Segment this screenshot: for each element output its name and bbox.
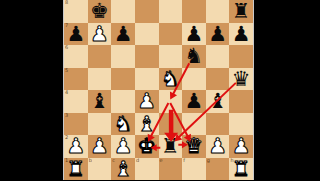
piece-white-pawn[interactable]: ♟ — [88, 23, 112, 46]
square-g1[interactable]: g — [206, 158, 230, 181]
file-label: g — [207, 158, 210, 163]
square-h5[interactable]: ♛ — [229, 68, 253, 91]
piece-black-bishop[interactable]: ♝ — [88, 90, 112, 113]
square-c5[interactable] — [111, 68, 135, 91]
square-g7[interactable]: ♟ — [206, 23, 230, 46]
piece-black-pawn[interactable]: ♟ — [64, 23, 88, 46]
square-g4[interactable]: ♝ — [206, 90, 230, 113]
square-a3[interactable]: 3 — [64, 113, 88, 136]
square-b6[interactable] — [88, 45, 112, 68]
piece-white-pawn[interactable]: ♟ — [111, 135, 135, 158]
piece-black-rook[interactable]: ♜ — [229, 0, 253, 23]
square-e8[interactable] — [159, 0, 183, 23]
square-d3[interactable]: ♝ — [135, 113, 159, 136]
square-f2[interactable]: ♛ — [182, 135, 206, 158]
square-g5[interactable] — [206, 68, 230, 91]
piece-black-pawn[interactable]: ♟ — [182, 90, 206, 113]
square-h1[interactable]: h♜ — [229, 158, 253, 181]
square-a8[interactable]: 8 — [64, 0, 88, 23]
square-d6[interactable] — [135, 45, 159, 68]
piece-black-pawn[interactable]: ♟ — [111, 23, 135, 46]
square-f7[interactable]: ♟ — [182, 23, 206, 46]
square-b4[interactable]: ♝ — [88, 90, 112, 113]
square-c1[interactable]: c♝ — [111, 158, 135, 181]
piece-black-pawn[interactable]: ♟ — [229, 23, 253, 46]
square-e1[interactable]: e — [159, 158, 183, 181]
square-g8[interactable] — [206, 0, 230, 23]
square-g6[interactable] — [206, 45, 230, 68]
square-e2[interactable]: ♜ — [159, 135, 183, 158]
piece-white-pawn[interactable]: ♟ — [135, 90, 159, 113]
piece-black-pawn[interactable]: ♟ — [182, 23, 206, 46]
square-f3[interactable] — [182, 113, 206, 136]
square-h2[interactable]: ♟ — [229, 135, 253, 158]
piece-white-rook[interactable]: ♜ — [64, 158, 88, 181]
square-h3[interactable] — [229, 113, 253, 136]
rank-label: 6 — [65, 45, 68, 50]
square-a4[interactable]: 4 — [64, 90, 88, 113]
square-e5[interactable]: ♞ — [159, 68, 183, 91]
piece-black-queen[interactable]: ♛ — [229, 68, 253, 91]
square-c7[interactable]: ♟ — [111, 23, 135, 46]
square-a2[interactable]: 2♟ — [64, 135, 88, 158]
piece-white-pawn[interactable]: ♟ — [64, 135, 88, 158]
square-g2[interactable]: ♟ — [206, 135, 230, 158]
rank-label: 8 — [65, 0, 68, 5]
square-g3[interactable] — [206, 113, 230, 136]
piece-black-knight[interactable]: ♞ — [182, 45, 206, 68]
square-f8[interactable] — [182, 0, 206, 23]
file-label: e — [160, 158, 163, 163]
square-b2[interactable]: ♟ — [88, 135, 112, 158]
square-b8[interactable]: ♚ — [88, 0, 112, 23]
square-c4[interactable] — [111, 90, 135, 113]
square-b1[interactable]: b — [88, 158, 112, 181]
piece-white-bishop[interactable]: ♝ — [111, 158, 135, 181]
piece-white-pawn[interactable]: ♟ — [88, 135, 112, 158]
square-e6[interactable] — [159, 45, 183, 68]
video-frame: 8♚♜7♟♟♟♟♟♟6♞5♞♛4♝♟♟♝3♞♝2♟♟♟♚♜♛♟♟1♜bc♝def… — [0, 0, 320, 180]
square-a6[interactable]: 6 — [64, 45, 88, 68]
piece-white-queen[interactable]: ♛ — [182, 135, 206, 158]
square-c8[interactable] — [111, 0, 135, 23]
square-e4[interactable] — [159, 90, 183, 113]
square-h4[interactable] — [229, 90, 253, 113]
square-a5[interactable]: 5 — [64, 68, 88, 91]
square-h7[interactable]: ♟ — [229, 23, 253, 46]
square-a7[interactable]: 7♟ — [64, 23, 88, 46]
square-d1[interactable]: d — [135, 158, 159, 181]
square-a1[interactable]: 1♜ — [64, 158, 88, 181]
piece-black-king[interactable]: ♚ — [88, 0, 112, 23]
square-c2[interactable]: ♟ — [111, 135, 135, 158]
rank-label: 4 — [65, 90, 68, 95]
square-f4[interactable]: ♟ — [182, 90, 206, 113]
square-e7[interactable] — [159, 23, 183, 46]
square-c3[interactable]: ♞ — [111, 113, 135, 136]
file-label: b — [89, 158, 92, 163]
square-d8[interactable] — [135, 0, 159, 23]
square-b3[interactable] — [88, 113, 112, 136]
piece-white-bishop[interactable]: ♝ — [135, 113, 159, 136]
square-f5[interactable] — [182, 68, 206, 91]
square-c6[interactable] — [111, 45, 135, 68]
piece-black-bishop[interactable]: ♝ — [206, 90, 230, 113]
piece-white-king[interactable]: ♚ — [135, 135, 159, 158]
square-d4[interactable]: ♟ — [135, 90, 159, 113]
piece-white-pawn[interactable]: ♟ — [229, 135, 253, 158]
square-d7[interactable] — [135, 23, 159, 46]
square-b7[interactable]: ♟ — [88, 23, 112, 46]
square-h6[interactable] — [229, 45, 253, 68]
piece-white-pawn[interactable]: ♟ — [206, 135, 230, 158]
piece-black-rook[interactable]: ♜ — [159, 135, 183, 158]
chess-board[interactable]: 8♚♜7♟♟♟♟♟♟6♞5♞♛4♝♟♟♝3♞♝2♟♟♟♚♜♛♟♟1♜bc♝def… — [63, 0, 254, 180]
square-h8[interactable]: ♜ — [229, 0, 253, 23]
square-f6[interactable]: ♞ — [182, 45, 206, 68]
square-d2[interactable]: ♚ — [135, 135, 159, 158]
square-b5[interactable] — [88, 68, 112, 91]
piece-white-rook[interactable]: ♜ — [229, 158, 253, 181]
square-d5[interactable] — [135, 68, 159, 91]
rank-label: 5 — [65, 68, 68, 73]
file-label: d — [136, 158, 139, 163]
square-f1[interactable]: f — [182, 158, 206, 181]
file-label: f — [183, 158, 185, 163]
rank-label: 3 — [65, 113, 68, 118]
piece-black-pawn[interactable]: ♟ — [206, 23, 230, 46]
square-e3[interactable] — [159, 113, 183, 136]
piece-white-knight[interactable]: ♞ — [159, 68, 183, 91]
piece-white-knight[interactable]: ♞ — [111, 113, 135, 136]
